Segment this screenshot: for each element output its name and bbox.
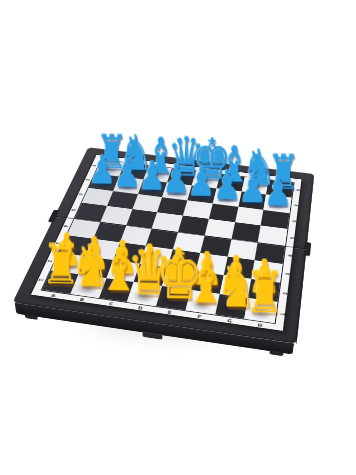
blue-pawn-e7[interactable]: ♟ [187,161,213,202]
blue-pawn-a7[interactable]: ♟ [88,149,114,190]
foot-left [25,314,38,320]
yellow-bishop-f1[interactable]: ♝ [185,253,216,313]
blue-pawn-b7[interactable]: ♟ [113,152,139,193]
yellow-queen-d1[interactable]: ♛ [127,239,158,304]
square-b6[interactable] [107,191,138,209]
yellow-rook-a1[interactable]: ♜ [41,236,71,292]
square-g1[interactable]: ♞ [215,294,248,319]
square-g7[interactable]: ♟ [238,191,266,209]
blue-pawn-f7[interactable]: ♟ [212,164,238,206]
board-frame: ♜♞♝♛♚♝♞♜♟♟♟♟♟♟♟♟♟♟♟♟♟♟♟♟♜♞♝♛♚♝♞♜ ABCDEFG… [13,147,315,343]
square-f5[interactable] [204,219,234,239]
square-d5[interactable] [152,212,183,232]
square-e5[interactable] [178,216,209,236]
photo-background: ♜♞♝♛♚♝♞♜♟♟♟♟♟♟♟♟♟♟♟♟♟♟♟♟♜♞♝♛♚♝♞♜ ABCDEFG… [0,0,356,475]
board-margin: ♜♞♝♛♚♝♞♜♟♟♟♟♟♟♟♟♟♟♟♟♟♟♟♟♜♞♝♛♚♝♞♜ ABCDEFG… [30,154,303,331]
square-h1[interactable]: ♜ [245,298,278,323]
blue-pawn-c7[interactable]: ♟ [137,155,163,196]
yellow-king-e1[interactable]: ♚ [156,240,187,308]
square-f7[interactable]: ♟ [213,188,242,206]
yellow-knight-b1[interactable]: ♞ [70,237,100,296]
square-g6[interactable] [235,206,264,225]
yellow-knight-g1[interactable]: ♞ [215,257,246,317]
square-f1[interactable]: ♝ [185,290,219,314]
square-g5[interactable] [231,222,261,242]
yellow-bishop-c1[interactable]: ♝ [98,241,128,300]
board-tilt: ♜♞♝♛♚♝♞♜♟♟♟♟♟♟♟♟♟♟♟♟♟♟♟♟♜♞♝♛♚♝♞♜ ABCDEFG… [13,147,315,343]
blue-pawn-g7[interactable]: ♟ [238,167,264,209]
blue-pawn-d7[interactable]: ♟ [162,158,188,199]
chess-set-scene: ♜♞♝♛♚♝♞♜♟♟♟♟♟♟♟♟♟♟♟♟♟♟♟♟♜♞♝♛♚♝♞♜ ABCDEFG… [0,0,356,475]
yellow-rook-h1[interactable]: ♜ [244,263,275,321]
foot-right [269,350,283,356]
